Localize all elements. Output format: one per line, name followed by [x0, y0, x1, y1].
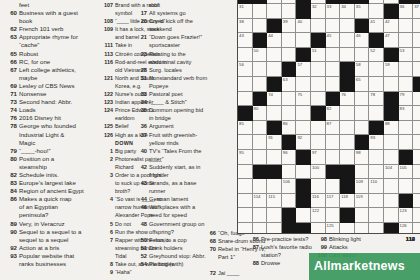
- square-number: 86: [283, 121, 288, 126]
- clue-text: Schedule inits.: [19, 171, 84, 179]
- square-number: 34: [341, 4, 346, 9]
- square-number: 82: [327, 106, 332, 111]
- white-square: 39: [282, 19, 297, 34]
- white-square: [267, 179, 282, 194]
- white-square: [399, 179, 414, 194]
- clue-number: 78: [2, 122, 17, 130]
- square-number: 85: [239, 121, 244, 126]
- clue-number: 87: [248, 243, 259, 251]
- square-number: 35: [356, 4, 361, 9]
- clue-text: Relating to the abdominal cavity: [149, 50, 207, 66]
- white-square: [384, 179, 399, 194]
- clue-entry: 83Europe’s largest lake: [2, 179, 84, 187]
- black-square: [282, 135, 297, 150]
- white-square: 100: [311, 165, 326, 180]
- white-square: [253, 121, 268, 136]
- square-number: 87: [327, 121, 332, 126]
- clue-text: Surg. locales: [149, 66, 207, 74]
- clue-number: 33: [136, 90, 147, 98]
- white-square: [326, 62, 341, 77]
- clue-number: 68: [205, 237, 216, 245]
- white-square: [253, 179, 268, 194]
- clue-number: 50: [136, 236, 147, 244]
- clue-number: 116: [100, 58, 113, 66]
- square-number: 98: [356, 150, 361, 155]
- clue-text: Business with a guest book: [19, 9, 84, 25]
- clue-text: Pre-practice tests?: [261, 235, 312, 243]
- black-square: [296, 179, 311, 194]
- clue-number: 51: [136, 244, 147, 252]
- square-number: 31: [239, 4, 244, 9]
- black-square: [296, 150, 311, 165]
- white-square: [369, 223, 384, 234]
- clue-entry: 67Left college athletics, maybe: [2, 66, 84, 82]
- clue-column-down-mid: roof17All systems go20Cry to kick off th…: [136, 1, 207, 268]
- white-square: [413, 92, 420, 107]
- clue-number: 34: [136, 98, 147, 106]
- square-number: 36: [400, 4, 405, 9]
- clue-text: Jai ____: [218, 269, 266, 277]
- crossword-grid: 3132333435363738394041424344454647505152…: [237, 0, 420, 234]
- white-square: [369, 77, 384, 92]
- clue-text: Region of ancient Egypt: [19, 187, 84, 195]
- white-square: [369, 208, 384, 223]
- clue-entry: 23Relating to the abdominal cavity: [136, 50, 207, 66]
- black-square: [340, 62, 355, 77]
- clue-text: Robust: [19, 50, 84, 58]
- white-square: [369, 106, 384, 121]
- white-square: [326, 179, 341, 194]
- white-square: [413, 33, 420, 48]
- clue-number: 74: [2, 106, 17, 114]
- square-number: 42: [385, 19, 390, 24]
- white-square: 79: [399, 92, 414, 107]
- black-square: [282, 223, 297, 234]
- white-square: 119: [355, 194, 370, 209]
- white-square: 42: [384, 19, 399, 34]
- clue-number: 2: [100, 155, 113, 163]
- clue-number: 76: [2, 114, 17, 122]
- square-number: 65: [356, 77, 361, 82]
- clue-number: 89: [2, 220, 17, 228]
- clue-number: 28: [136, 66, 147, 74]
- white-square: 126: [399, 223, 414, 234]
- white-square: [282, 4, 297, 19]
- white-square: [369, 62, 384, 77]
- clue-number: 69: [2, 82, 17, 90]
- white-square: 110: [369, 179, 384, 194]
- white-square: [326, 77, 341, 92]
- white-square: [282, 48, 297, 63]
- clue-text: German lament: [149, 195, 207, 203]
- white-square: [355, 48, 370, 63]
- white-square: 95: [238, 150, 253, 165]
- black-square: [399, 150, 414, 165]
- white-square: 122: [311, 208, 326, 223]
- white-square: [355, 165, 370, 180]
- clue-number: 8: [100, 260, 113, 268]
- white-square: [355, 106, 370, 121]
- white-square: [340, 121, 355, 136]
- clue-number: 3: [100, 171, 113, 179]
- clue-text: Nonsense: [19, 90, 84, 98]
- black-square: [340, 179, 355, 194]
- clue-entry: 88Drowse: [248, 259, 312, 267]
- clue-number: 42: [136, 163, 147, 171]
- square-number: 96: [283, 150, 288, 155]
- clue-entry: 33Pastoral poet: [136, 90, 207, 98]
- clue-number: 121: [100, 74, 113, 82]
- white-square: [413, 223, 420, 234]
- black-square: [340, 77, 355, 92]
- white-square: 117: [326, 194, 341, 209]
- white-square: 41: [369, 19, 384, 34]
- clue-number: 31: [136, 74, 147, 82]
- clue-number: 62: [2, 25, 17, 33]
- clue-text: Action at a bris: [19, 244, 84, 252]
- clue-column-down-bottom-2: 86Pre-practice tests?87Lush’s favorite r…: [248, 235, 312, 267]
- black-square: [267, 121, 282, 136]
- square-number: 83: [400, 106, 405, 111]
- white-square: 78: [369, 92, 384, 107]
- clue-text: Loads: [19, 106, 84, 114]
- newspaper-crossword-page: feet60Business with a guest book62French…: [0, 0, 420, 280]
- clue-number: 43: [136, 179, 147, 187]
- clue-entry: 69Lesley of CBS News: [2, 82, 84, 90]
- black-square: [326, 92, 341, 107]
- white-square: [296, 208, 311, 223]
- clue-entry: 21“Down goes Frazier!” sportscaster: [136, 33, 207, 49]
- clue-number: 52: [136, 252, 147, 260]
- white-square: 86: [282, 121, 297, 136]
- clue-text: Second hand: Abbr.: [19, 98, 84, 106]
- clue-number: 20: [136, 17, 147, 25]
- clue-number: 73: [2, 98, 17, 106]
- square-number: 80: [254, 106, 259, 111]
- black-square: [238, 106, 253, 121]
- clue-text: Strands, as a base runner: [149, 179, 207, 195]
- white-square: [311, 77, 326, 92]
- white-square: [413, 48, 420, 63]
- clue-number: 123: [100, 98, 113, 106]
- white-square: [340, 150, 355, 165]
- white-square: [296, 106, 311, 121]
- clue-text: Blinking light: [329, 235, 361, 243]
- clue-entry: 37Fruit with greenish- yellow rinds: [136, 131, 207, 147]
- black-square: [311, 106, 326, 121]
- clue-entry: 79“____-hoo!”: [2, 147, 84, 155]
- clue-number: 40: [136, 147, 147, 155]
- white-square: 98: [355, 150, 370, 165]
- white-square: [399, 33, 414, 48]
- black-square: [384, 4, 399, 19]
- black-square: [413, 77, 420, 92]
- white-square: [238, 208, 253, 223]
- white-square: 85: [238, 121, 253, 136]
- clue-text: Drink holders: [149, 244, 207, 252]
- white-square: [253, 19, 268, 34]
- clue-entry: 78George who founded Industrial Light & …: [2, 122, 84, 146]
- white-square: [282, 106, 297, 121]
- white-square: [413, 150, 420, 165]
- clue-number: 83: [2, 179, 17, 187]
- white-square: 75: [296, 92, 311, 107]
- clue-number: 21: [136, 33, 147, 41]
- white-square: 65: [355, 77, 370, 92]
- clue-number: 79: [2, 147, 17, 155]
- white-square: [238, 135, 253, 150]
- clue-text: “____-hoo!”: [19, 147, 84, 155]
- black-square: [253, 165, 268, 180]
- black-square: [399, 194, 414, 209]
- white-square: [355, 92, 370, 107]
- white-square: [399, 62, 414, 77]
- clue-number: 4: [100, 195, 113, 203]
- white-square: [311, 19, 326, 34]
- white-square: 58: [355, 62, 370, 77]
- white-square: [253, 223, 268, 234]
- square-number: 122: [312, 208, 319, 213]
- black-square: [267, 165, 282, 180]
- white-square: [369, 165, 384, 180]
- black-square: [311, 33, 326, 48]
- white-square: 63: [282, 77, 297, 92]
- clue-text: “____ & Stitch”: [149, 98, 207, 106]
- square-number: 39: [283, 19, 288, 24]
- clue-number: 125: [100, 122, 113, 130]
- white-square: [267, 106, 282, 121]
- clue-entry: 84Region of ancient Egypt: [2, 187, 84, 195]
- white-square: [253, 77, 268, 92]
- white-square: 92: [296, 135, 311, 150]
- clue-entry: 17All systems go: [136, 9, 207, 17]
- clue-number: 5: [100, 220, 113, 228]
- white-square: [253, 62, 268, 77]
- white-square: 115: [267, 194, 282, 209]
- white-square: [413, 106, 420, 121]
- clue-number: 36: [136, 122, 147, 130]
- clue-entry: 87Lush’s favorite radio station?: [248, 243, 312, 259]
- clue-number: 17: [136, 9, 147, 17]
- white-square: 88: [384, 121, 399, 136]
- clue-entry: roof: [136, 1, 207, 9]
- square-number: 117: [327, 194, 334, 199]
- clue-text: Pastoral poet: [149, 90, 207, 98]
- square-number: 41: [370, 19, 375, 24]
- clue-text: “Haha”: [115, 268, 174, 276]
- white-square: [413, 121, 420, 136]
- square-number: 114: [254, 194, 261, 199]
- white-square: [326, 208, 341, 223]
- white-square: 38: [238, 19, 253, 34]
- white-square: [253, 135, 268, 150]
- clue-entry: 82Schedule inits.: [2, 171, 84, 179]
- white-square: [384, 208, 399, 223]
- clue-entry: 99Attacks: [314, 243, 361, 251]
- clue-entry: 86Pre-practice tests?: [248, 235, 312, 243]
- clue-number: 23: [136, 50, 147, 58]
- white-square: [340, 223, 355, 234]
- white-square: [296, 121, 311, 136]
- white-square: [355, 208, 370, 223]
- white-square: [267, 208, 282, 223]
- clue-number: 7: [100, 236, 113, 244]
- black-square: [267, 77, 282, 92]
- clue-text: “Down goes Frazier!” sportscaster: [149, 33, 207, 49]
- clue-entry: 86Makes a quick map of an Egyptian penin…: [2, 195, 84, 219]
- square-number: 32: [312, 4, 317, 9]
- white-square: [369, 150, 384, 165]
- clue-entry: 54Plotting (with): [136, 260, 207, 268]
- white-square: 35: [355, 4, 370, 19]
- clue-text: Workplaces with a need for speed: [149, 203, 207, 219]
- white-square: [399, 19, 414, 34]
- white-square: 74: [267, 92, 282, 107]
- clue-entry: 40TV’s “Tales From the ____”: [136, 147, 207, 163]
- white-square: [311, 62, 326, 77]
- clue-number: 46: [136, 203, 147, 211]
- white-square: 44: [267, 33, 282, 48]
- clue-text: Makes a quick map of an Egyptian peninsu…: [19, 195, 84, 219]
- clue-entry: 52Greyhound stop: Abbr.: [136, 252, 207, 260]
- square-number: 106: [283, 179, 290, 184]
- white-square: [340, 48, 355, 63]
- white-square: 37: [413, 4, 420, 19]
- white-square: 31: [238, 4, 253, 19]
- square-number: 79: [400, 92, 405, 97]
- white-square: [267, 4, 282, 19]
- white-square: 57: [296, 62, 311, 77]
- clue-column-across-left: feet60Business with a guest book62French…: [2, 1, 84, 268]
- clue-entry: 28Surg. locales: [136, 66, 207, 74]
- white-square: [413, 19, 420, 34]
- clue-text: French 101 verb: [19, 25, 84, 33]
- square-number: 93: [370, 135, 375, 140]
- square-number: 104: [385, 165, 392, 170]
- white-square: [413, 165, 420, 180]
- clue-entry: 63Appropriate rhyme for “cache”: [2, 33, 84, 49]
- white-square: [413, 135, 420, 150]
- crossword-grid-cells: 3132333435363738394041424344454647505152…: [238, 0, 420, 234]
- clue-text: Sequel to a sequel to a sequel to a sequ…: [19, 228, 84, 244]
- clue-entry: 46Workplaces with a need for speed: [136, 203, 207, 219]
- white-square: 59: [384, 62, 399, 77]
- white-square: [282, 194, 297, 209]
- clue-number: 82: [2, 171, 17, 179]
- black-square: [340, 165, 355, 180]
- clue-number: 86: [248, 235, 259, 243]
- white-square: [267, 62, 282, 77]
- square-number: 37: [414, 4, 419, 9]
- clue-number: 72: [205, 269, 216, 277]
- white-square: 105: [399, 165, 414, 180]
- clue-entry: 73Second hand: Abbr.: [2, 98, 84, 106]
- square-number: 116: [312, 194, 319, 199]
- clue-number: 66: [205, 229, 216, 237]
- clue-entry: 60Business with a guest book: [2, 9, 84, 25]
- white-square: 104: [384, 165, 399, 180]
- square-number: 125: [327, 223, 334, 228]
- clue-entry: 36Argument: [136, 122, 207, 130]
- clue-number: 108: [100, 17, 113, 25]
- white-square: [238, 165, 253, 180]
- white-square: 45: [326, 33, 341, 48]
- square-number: 40: [297, 19, 302, 24]
- clue-text: Nonstandard verb from Popeye: [149, 74, 207, 90]
- square-number: 38: [239, 19, 244, 24]
- clue-number: 70: [205, 245, 216, 253]
- square-number: 43: [239, 33, 244, 38]
- white-square: [282, 33, 297, 48]
- white-square: 91: [267, 135, 282, 150]
- black-square: [340, 208, 355, 223]
- clue-number: 48: [136, 220, 147, 228]
- white-square: 93: [369, 135, 384, 150]
- clue-number: 90: [2, 228, 17, 236]
- clue-text: TV’s “Tales From the ____”: [149, 147, 207, 163]
- white-square: 82: [326, 106, 341, 121]
- white-square: [413, 179, 420, 194]
- white-square: [369, 194, 384, 209]
- clue-number: 84: [2, 187, 17, 195]
- square-number: 51: [312, 48, 317, 53]
- clue-entry: 31Nonstandard verb from Popeye: [136, 74, 207, 90]
- white-square: [326, 48, 341, 63]
- white-square: [282, 92, 297, 107]
- white-square: 40: [296, 19, 311, 34]
- white-square: [399, 121, 414, 136]
- clue-number: 86: [2, 195, 17, 203]
- white-square: [384, 194, 399, 209]
- white-square: [384, 150, 399, 165]
- square-number: 110: [370, 179, 377, 184]
- square-number: 75: [297, 92, 302, 97]
- clue-text: Felon, to a cop: [149, 236, 207, 244]
- clue-entry: 35Common opening bid in bridge: [136, 106, 207, 122]
- square-number: 59: [385, 62, 390, 67]
- clue-entry: 50Felon, to a cop: [136, 236, 207, 244]
- square-number: 109: [356, 179, 363, 184]
- clue-number: 9: [100, 268, 113, 276]
- white-square: [399, 77, 414, 92]
- clue-entry: 51Drink holders: [136, 244, 207, 252]
- black-square: [326, 165, 341, 180]
- white-square: 97: [311, 150, 326, 165]
- square-number: 78: [370, 92, 375, 97]
- white-square: [326, 19, 341, 34]
- white-square: [413, 62, 420, 77]
- clue-entry: 66RC, for one: [2, 58, 84, 66]
- square-number: 92: [297, 135, 302, 140]
- black-square: [369, 33, 384, 48]
- white-square: 114: [253, 194, 268, 209]
- white-square: 96: [282, 150, 297, 165]
- clue-number: 109: [100, 25, 113, 33]
- white-square: [253, 4, 268, 19]
- square-number: 123: [400, 208, 407, 213]
- white-square: 80: [253, 106, 268, 121]
- clue-entry: 20Cry to kick off the weekend: [136, 17, 207, 33]
- clue-text: Lush’s favorite radio station?: [261, 243, 312, 259]
- clue-entry: 42Suddenly start, as in fright: [136, 163, 207, 179]
- clue-number: 111: [100, 41, 113, 49]
- clue-text: RC, for one: [19, 58, 84, 66]
- clue-text: Common opening bid in bridge: [149, 106, 207, 122]
- clue-text: feet: [19, 1, 84, 9]
- clue-number: 113: [100, 50, 113, 58]
- clue-number: 114: [402, 235, 415, 243]
- white-square: [238, 223, 253, 234]
